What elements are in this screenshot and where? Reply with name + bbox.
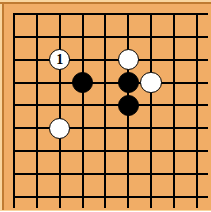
grid-line-vertical <box>196 13 198 208</box>
go-board-diagram: 1 <box>0 0 211 211</box>
grid-line-vertical <box>13 13 15 208</box>
black-stone <box>118 72 140 94</box>
black-stone <box>72 72 94 94</box>
grid-line-vertical <box>36 13 38 208</box>
grid-line-vertical <box>173 13 175 208</box>
grid-line-vertical <box>59 13 61 208</box>
white-stone <box>118 49 140 71</box>
grid-line-vertical <box>82 13 84 208</box>
white-stone: 1 <box>49 49 71 71</box>
grid-line-horizontal <box>13 173 208 175</box>
grid-line-horizontal <box>13 13 208 15</box>
grid-line-horizontal <box>13 36 208 38</box>
grid-line-vertical <box>150 13 152 208</box>
white-stone <box>49 118 71 140</box>
grid-line-horizontal <box>13 104 208 106</box>
board-frame-top-bevel <box>0 2 211 4</box>
board-frame-bottom-highlight <box>0 210 211 212</box>
move-number-label: 1 <box>56 52 63 66</box>
grid-line-horizontal <box>13 150 208 152</box>
grid-line-horizontal <box>13 82 208 84</box>
black-stone <box>118 95 140 117</box>
white-stone <box>140 72 162 94</box>
grid-line-vertical <box>104 13 106 208</box>
grid-line-horizontal <box>13 59 208 61</box>
grid-line-horizontal <box>13 196 208 198</box>
grid-line-horizontal <box>13 127 208 129</box>
board-frame-left-bevel <box>2 0 5 211</box>
